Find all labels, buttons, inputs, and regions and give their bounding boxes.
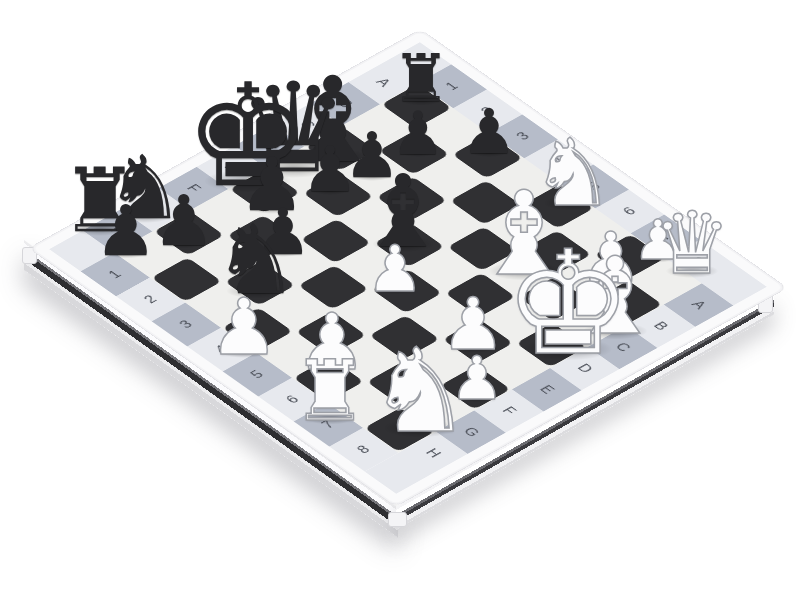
piece-black-pawn-a3[interactable]: ♟	[461, 101, 517, 163]
chess-set-photo: 1122334455667788AABBCCDDEEFFGGHH ♜♟♟♝♛♟♚…	[0, 0, 800, 600]
piece-white-queen-a8[interactable]: ♛	[653, 200, 730, 286]
piece-white-pawn-h5[interactable]: ♟	[209, 288, 279, 366]
piece-white-knight-g8[interactable]: ♞	[368, 333, 472, 449]
coord-label-text: 2	[140, 293, 161, 306]
piece-white-king-d8[interactable]: ♚	[504, 232, 632, 375]
coord-label-text: 3	[176, 318, 197, 331]
piece-white-rook-h7[interactable]: ♜	[292, 349, 367, 433]
piece-black-pawn-h2[interactable]: ♟	[95, 196, 158, 266]
coord-label-text: A	[687, 298, 709, 312]
piece-black-pawn-g2[interactable]: ♟	[153, 186, 216, 256]
piece-white-pawn-e5[interactable]: ♟	[366, 237, 423, 301]
piece-black-pawn-d2[interactable]: ♟	[302, 138, 358, 201]
